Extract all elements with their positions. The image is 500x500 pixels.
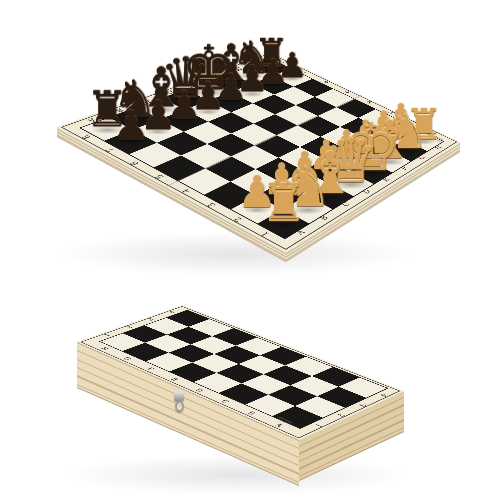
product-photo-chess-set: AABBCCDDEEFFGGHH8877665544332211 ♜♞♝♛♚♝♞… (0, 0, 500, 500)
white-rook-a1: ♜ (260, 177, 307, 229)
clasp-ring (175, 401, 184, 412)
open-board-shadow (55, 232, 415, 276)
metal-clasp (171, 392, 187, 418)
black-pawn-a7: ♟ (112, 105, 149, 147)
clasp-plate (174, 392, 184, 401)
closed-box-shadow (62, 455, 412, 495)
